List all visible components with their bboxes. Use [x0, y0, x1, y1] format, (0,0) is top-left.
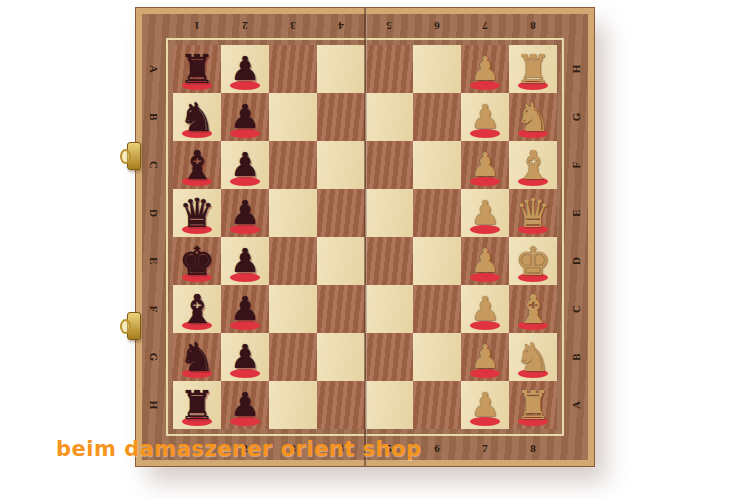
square-h2[interactable]: ♟	[221, 381, 269, 429]
coord-label: 8	[509, 14, 557, 38]
dark-rook-icon: ♜	[179, 382, 215, 428]
coord-label: 4	[317, 14, 365, 38]
dark-knight-icon: ♞	[179, 94, 215, 140]
light-knight-icon: ♞	[515, 334, 551, 380]
light-pawn-icon: ♟	[470, 286, 500, 332]
light-pawn-icon: ♟	[470, 142, 500, 188]
light-pawn-icon: ♟	[470, 190, 500, 236]
square-a2[interactable]: ♟	[221, 45, 269, 93]
playing-area: ♜♟♟♜♞♟♟♞♝♟♟♝♛♟♟♛♚♟♟♚♝♟♟♝♞♟♟♞♜♟♟♜	[166, 38, 564, 436]
square-f2[interactable]: ♟	[221, 285, 269, 333]
square-g3[interactable]	[269, 333, 317, 381]
coords-left: ABCDEFGH	[142, 45, 166, 429]
brass-latch-icon	[127, 142, 141, 170]
light-queen-icon: ♛	[515, 190, 551, 236]
photo-canvas: 12345678 12345678 ABCDEFGH HGFEDCBA ♜♟♟♜…	[0, 0, 730, 498]
square-f6[interactable]	[413, 285, 461, 333]
square-e7[interactable]: ♟	[461, 237, 509, 285]
square-b7[interactable]: ♟	[461, 93, 509, 141]
square-f1[interactable]: ♝	[173, 285, 221, 333]
square-g5[interactable]	[365, 333, 413, 381]
square-e5[interactable]	[365, 237, 413, 285]
square-d6[interactable]	[413, 189, 461, 237]
square-d3[interactable]	[269, 189, 317, 237]
square-d8[interactable]: ♛	[509, 189, 557, 237]
square-g4[interactable]	[317, 333, 365, 381]
square-g1[interactable]: ♞	[173, 333, 221, 381]
dark-pawn-icon: ♟	[230, 238, 260, 284]
square-h8[interactable]: ♜	[509, 381, 557, 429]
square-a4[interactable]	[317, 45, 365, 93]
coord-label: 7	[461, 14, 509, 38]
coord-label: 7	[461, 436, 509, 460]
coord-label: 5	[365, 14, 413, 38]
dark-pawn-icon: ♟	[230, 142, 260, 188]
coord-label: 1	[173, 14, 221, 38]
dark-knight-icon: ♞	[179, 334, 215, 380]
square-f3[interactable]	[269, 285, 317, 333]
square-c5[interactable]	[365, 141, 413, 189]
square-c8[interactable]: ♝	[509, 141, 557, 189]
square-g6[interactable]	[413, 333, 461, 381]
square-b6[interactable]	[413, 93, 461, 141]
square-h7[interactable]: ♟	[461, 381, 509, 429]
coord-label: 3	[269, 14, 317, 38]
square-e8[interactable]: ♚	[509, 237, 557, 285]
square-c3[interactable]	[269, 141, 317, 189]
chess-board: 12345678 12345678 ABCDEFGH HGFEDCBA ♜♟♟♜…	[136, 8, 594, 466]
square-c1[interactable]: ♝	[173, 141, 221, 189]
square-e4[interactable]	[317, 237, 365, 285]
dark-pawn-icon: ♟	[230, 286, 260, 332]
dark-pawn-icon: ♟	[230, 382, 260, 428]
coords-top: 12345678	[173, 14, 557, 38]
square-a7[interactable]: ♟	[461, 45, 509, 93]
square-a1[interactable]: ♜	[173, 45, 221, 93]
square-a8[interactable]: ♜	[509, 45, 557, 93]
dark-queen-icon: ♛	[179, 190, 215, 236]
square-e6[interactable]	[413, 237, 461, 285]
light-pawn-icon: ♟	[470, 46, 500, 92]
light-pawn-icon: ♟	[470, 94, 500, 140]
square-c4[interactable]	[317, 141, 365, 189]
square-a3[interactable]	[269, 45, 317, 93]
light-knight-icon: ♞	[515, 94, 551, 140]
square-b2[interactable]: ♟	[221, 93, 269, 141]
square-f4[interactable]	[317, 285, 365, 333]
dark-bishop-icon: ♝	[179, 286, 215, 332]
square-f7[interactable]: ♟	[461, 285, 509, 333]
square-b3[interactable]	[269, 93, 317, 141]
square-f5[interactable]	[365, 285, 413, 333]
square-c6[interactable]	[413, 141, 461, 189]
square-g8[interactable]: ♞	[509, 333, 557, 381]
coords-right: HGFEDCBA	[564, 45, 588, 429]
square-b4[interactable]	[317, 93, 365, 141]
light-bishop-icon: ♝	[515, 286, 551, 332]
square-e1[interactable]: ♚	[173, 237, 221, 285]
square-a6[interactable]	[413, 45, 461, 93]
light-rook-icon: ♜	[515, 46, 551, 92]
square-b5[interactable]	[365, 93, 413, 141]
square-g7[interactable]: ♟	[461, 333, 509, 381]
dark-pawn-icon: ♟	[230, 334, 260, 380]
square-h6[interactable]	[413, 381, 461, 429]
square-h5[interactable]	[365, 381, 413, 429]
dark-pawn-icon: ♟	[230, 190, 260, 236]
dark-king-icon: ♚	[179, 238, 215, 284]
light-pawn-icon: ♟	[470, 238, 500, 284]
square-h1[interactable]: ♜	[173, 381, 221, 429]
square-h3[interactable]	[269, 381, 317, 429]
dark-bishop-icon: ♝	[179, 142, 215, 188]
dark-pawn-icon: ♟	[230, 46, 260, 92]
square-f8[interactable]: ♝	[509, 285, 557, 333]
dark-pawn-icon: ♟	[230, 94, 260, 140]
square-b8[interactable]: ♞	[509, 93, 557, 141]
light-rook-icon: ♜	[515, 382, 551, 428]
dark-rook-icon: ♜	[179, 46, 215, 92]
coord-label: 6	[413, 14, 461, 38]
light-king-icon: ♚	[515, 238, 551, 284]
brass-latch-icon	[127, 312, 141, 340]
square-c2[interactable]: ♟	[221, 141, 269, 189]
squares-grid: ♜♟♟♜♞♟♟♞♝♟♟♝♛♟♟♛♚♟♟♚♝♟♟♝♞♟♟♞♜♟♟♜	[173, 45, 557, 429]
light-pawn-icon: ♟	[470, 334, 500, 380]
square-a5[interactable]	[365, 45, 413, 93]
coord-label: 8	[509, 436, 557, 460]
square-e2[interactable]: ♟	[221, 237, 269, 285]
square-d1[interactable]: ♛	[173, 189, 221, 237]
square-d5[interactable]	[365, 189, 413, 237]
square-c7[interactable]: ♟	[461, 141, 509, 189]
coord-label: 2	[221, 14, 269, 38]
square-d4[interactable]	[317, 189, 365, 237]
light-pawn-icon: ♟	[470, 382, 500, 428]
square-d7[interactable]: ♟	[461, 189, 509, 237]
shop-caption: beim damaszener orient shop	[56, 437, 422, 461]
square-h4[interactable]	[317, 381, 365, 429]
square-g2[interactable]: ♟	[221, 333, 269, 381]
light-bishop-icon: ♝	[515, 142, 551, 188]
square-b1[interactable]: ♞	[173, 93, 221, 141]
square-d2[interactable]: ♟	[221, 189, 269, 237]
square-e3[interactable]	[269, 237, 317, 285]
